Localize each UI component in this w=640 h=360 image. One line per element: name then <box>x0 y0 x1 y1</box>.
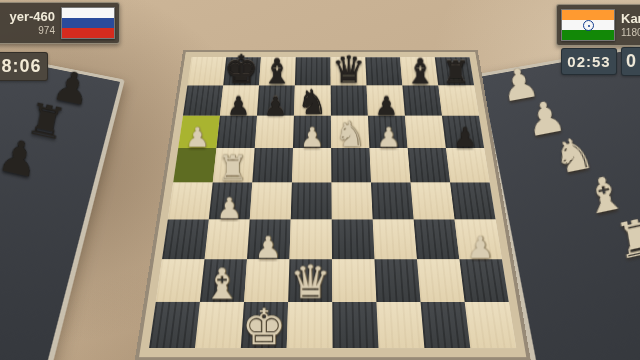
square-f8[interactable] <box>365 57 402 85</box>
square-a5[interactable] <box>173 148 216 182</box>
captured-white-rook: ♜ <box>612 209 640 267</box>
square-c4[interactable] <box>250 183 292 220</box>
piece-black-pawn[interactable]: ♟ <box>220 93 257 119</box>
square-e7[interactable] <box>331 86 368 116</box>
piece-black-bishop[interactable]: ♝ <box>402 54 438 88</box>
piece-white-queen[interactable]: ♛ <box>288 260 332 306</box>
square-e8[interactable]: ♛ <box>331 57 367 85</box>
square-b7[interactable]: ♟ <box>220 86 259 116</box>
square-b1[interactable] <box>195 302 244 348</box>
square-b2[interactable]: ♝ <box>200 259 247 302</box>
square-h1[interactable] <box>465 302 517 348</box>
player-name-left: yer-460 <box>9 9 55 25</box>
square-f1[interactable] <box>376 302 424 348</box>
square-g7[interactable] <box>402 86 442 116</box>
piece-white-pawn[interactable]: ♟ <box>209 194 250 223</box>
square-c1[interactable]: ♚ <box>241 302 288 348</box>
square-b4[interactable]: ♟ <box>209 183 253 220</box>
piece-white-pawn[interactable]: ♟ <box>178 124 216 151</box>
square-e1[interactable] <box>332 302 378 348</box>
square-d1[interactable] <box>287 302 333 348</box>
square-h5[interactable] <box>446 148 490 182</box>
square-b3[interactable] <box>205 219 250 259</box>
square-a7[interactable] <box>183 86 223 116</box>
piece-black-knight[interactable]: ♞ <box>294 85 331 119</box>
timer-right-value: 02:53 <box>567 53 610 70</box>
piece-black-pawn[interactable]: ♟ <box>446 124 484 151</box>
square-g6[interactable] <box>405 116 446 148</box>
piece-black-pawn[interactable]: ♟ <box>257 93 294 119</box>
square-d6[interactable]: ♟ <box>293 116 331 148</box>
square-g4[interactable] <box>411 183 455 220</box>
square-a1[interactable] <box>149 302 200 348</box>
piece-white-pawn[interactable]: ♟ <box>459 233 501 263</box>
timer-left-value: 08:06 <box>0 56 42 77</box>
timer-right-secondary: 0 <box>621 47 640 76</box>
ashoka-chakra-icon <box>583 20 594 31</box>
square-f7[interactable]: ♟ <box>367 86 405 116</box>
square-h2[interactable] <box>459 259 508 302</box>
square-g5[interactable] <box>408 148 450 182</box>
player-rating-left: 974 <box>38 25 55 38</box>
india-flag-icon <box>561 9 615 41</box>
player-plate-left[interactable]: yer-460 974 <box>0 2 120 44</box>
square-d3[interactable] <box>289 219 331 259</box>
square-e4[interactable] <box>331 183 372 220</box>
piece-white-rook[interactable]: ♜ <box>213 151 253 186</box>
square-h7[interactable] <box>438 86 479 116</box>
square-b6[interactable] <box>216 116 256 148</box>
square-f5[interactable] <box>369 148 410 182</box>
square-c7[interactable]: ♟ <box>257 86 295 116</box>
square-g8[interactable]: ♝ <box>400 57 438 85</box>
square-c8[interactable]: ♝ <box>259 57 296 85</box>
square-f2[interactable] <box>374 259 420 302</box>
square-a8[interactable] <box>187 57 226 85</box>
square-b8[interactable]: ♚ <box>223 57 261 85</box>
piece-black-pawn[interactable]: ♟ <box>368 93 405 119</box>
chess-board[interactable]: ♚♝♛♝♜♟♟♞♟♟♟♞♟♟♜♟♟♟♝♛♚ <box>139 52 526 357</box>
player-rating-right: 1180 <box>621 27 640 40</box>
piece-black-rook[interactable]: ♜ <box>438 57 474 88</box>
square-b5[interactable]: ♜ <box>213 148 255 182</box>
timer-right: 02:53 <box>561 48 617 75</box>
square-c3[interactable]: ♟ <box>247 219 291 259</box>
captured-tray-black: ♟♜♟♟♟♞ <box>0 49 125 360</box>
piece-white-pawn[interactable]: ♟ <box>293 124 331 151</box>
square-c5[interactable] <box>252 148 293 182</box>
captured-black-pawn: ♟ <box>0 170 14 227</box>
timer-left: 08:06 <box>0 52 48 81</box>
square-f3[interactable] <box>373 219 417 259</box>
square-a6[interactable]: ♟ <box>178 116 220 148</box>
square-e6[interactable]: ♞ <box>331 116 369 148</box>
russia-flag-icon <box>61 7 115 39</box>
player-plate-right[interactable]: Kan 1180 <box>556 4 640 46</box>
square-g2[interactable] <box>417 259 465 302</box>
piece-black-bishop[interactable]: ♝ <box>259 54 295 88</box>
square-h8[interactable]: ♜ <box>435 57 474 85</box>
square-d7[interactable]: ♞ <box>294 86 331 116</box>
square-e3[interactable] <box>332 219 375 259</box>
square-a3[interactable] <box>162 219 209 259</box>
square-g1[interactable] <box>421 302 471 348</box>
square-c2[interactable] <box>244 259 289 302</box>
square-d4[interactable] <box>291 183 332 220</box>
piece-black-king[interactable]: ♚ <box>223 50 259 89</box>
square-h4[interactable] <box>450 183 495 220</box>
square-e2[interactable] <box>332 259 376 302</box>
piece-white-king[interactable]: ♚ <box>241 302 287 352</box>
piece-white-pawn[interactable]: ♟ <box>247 233 289 263</box>
square-e5[interactable] <box>331 148 371 182</box>
square-h3[interactable]: ♟ <box>455 219 502 259</box>
player-name-right: Kan <box>621 11 640 27</box>
piece-white-knight[interactable]: ♞ <box>331 116 369 151</box>
square-a2[interactable] <box>156 259 205 302</box>
square-d2[interactable]: ♛ <box>288 259 332 302</box>
piece-black-queen[interactable]: ♛ <box>331 52 367 89</box>
square-a4[interactable] <box>168 183 213 220</box>
piece-white-bishop[interactable]: ♝ <box>200 263 244 305</box>
piece-white-pawn[interactable]: ♟ <box>369 124 407 151</box>
square-g3[interactable] <box>414 219 460 259</box>
square-c6[interactable] <box>255 116 294 148</box>
board-perspective-wrap: ♚♝♛♝♜♟♟♞♟♟♟♞♟♟♜♟♟♟♝♛♚ <box>186 52 462 328</box>
square-d5[interactable] <box>292 148 332 182</box>
square-h6[interactable]: ♟ <box>442 116 484 148</box>
square-f6[interactable]: ♟ <box>368 116 408 148</box>
game-screen: ♟♜♟♟♟♞ ♟♟♞♝♜ ♚♝♛♝♜♟♟♞♟♟♟♞♟♟♜♟♟♟♝♛♚ yer-4… <box>0 0 640 360</box>
square-f4[interactable] <box>371 183 414 220</box>
timer-right-secondary-value: 0 <box>626 51 637 72</box>
